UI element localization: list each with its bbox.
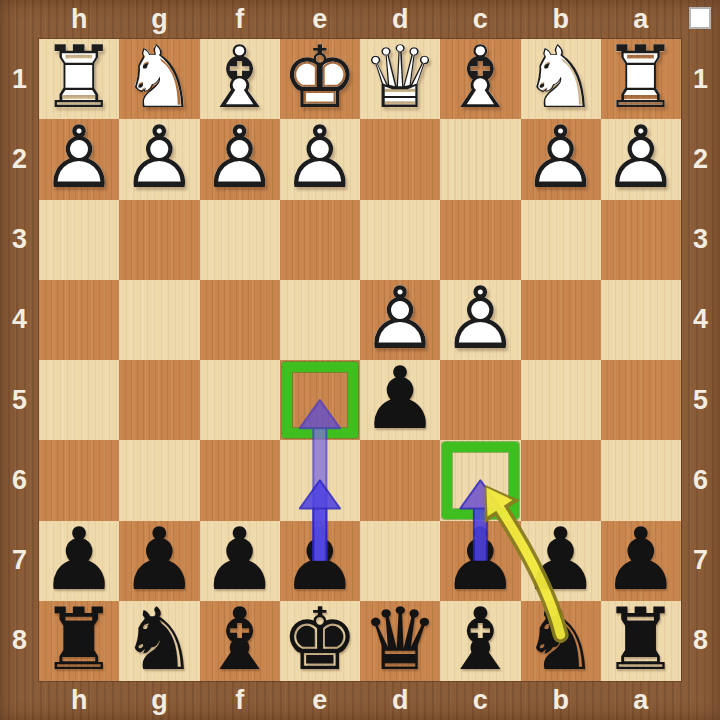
piece-glyph: ♞ (521, 599, 601, 681)
square-g3[interactable] (119, 200, 199, 280)
piece-glyph: ♛ (360, 599, 440, 681)
square-c2[interactable] (440, 119, 520, 199)
square-c4[interactable]: ♟♙ (440, 280, 520, 360)
white-pawn-g2[interactable]: ♟♙ (119, 119, 199, 199)
rank-label-left-4: 4 (0, 280, 39, 360)
piece-glyph: ♝ (200, 599, 280, 681)
piece-glyph: ♟ (360, 358, 440, 440)
rank-label-left-6: 6 (0, 440, 39, 520)
white-pawn-c4[interactable]: ♟♙ (440, 280, 520, 360)
square-f5[interactable] (200, 360, 280, 440)
piece-outline-glyph: ♙ (440, 278, 520, 360)
piece-outline-glyph: ♙ (280, 117, 360, 199)
piece-glyph: ♚ (280, 599, 360, 681)
square-b2[interactable]: ♟♙ (521, 119, 601, 199)
black-rook-h8[interactable]: ♜ (39, 601, 119, 681)
piece-glyph: ♜ (601, 599, 681, 681)
piece-outline-glyph: ♙ (521, 117, 601, 199)
piece-outline-glyph: ♗ (440, 37, 520, 119)
white-pawn-b2[interactable]: ♟♙ (521, 119, 601, 199)
black-queen-d8[interactable]: ♛ (360, 601, 440, 681)
rank-label-right-2: 2 (681, 119, 720, 199)
square-c8[interactable]: ♝ (440, 601, 520, 681)
square-g2[interactable]: ♟♙ (119, 119, 199, 199)
piece-outline-glyph: ♙ (119, 117, 199, 199)
square-e8[interactable]: ♚ (280, 601, 360, 681)
square-f2[interactable]: ♟♙ (200, 119, 280, 199)
square-d2[interactable] (360, 119, 440, 199)
square-b3[interactable] (521, 200, 601, 280)
square-e4[interactable] (280, 280, 360, 360)
board: ♜♖♞♘♝♗♚♔♛♕♝♗♞♘♜♖♟♙♟♙♟♙♟♙♟♙♟♙♟♙♟♙♟♟♟♟♟♟♟♟… (39, 39, 681, 681)
black-bishop-c8[interactable]: ♝ (440, 601, 520, 681)
square-f8[interactable]: ♝ (200, 601, 280, 681)
square-d5[interactable]: ♟ (360, 360, 440, 440)
square-d6[interactable] (360, 440, 440, 520)
rank-label-right-1: 1 (681, 39, 720, 119)
rank-label-right-8: 8 (681, 601, 720, 681)
square-a5[interactable] (601, 360, 681, 440)
black-king-e8[interactable]: ♚ (280, 601, 360, 681)
rank-label-left-7: 7 (0, 521, 39, 601)
square-h5[interactable] (39, 360, 119, 440)
square-c1[interactable]: ♝♗ (440, 39, 520, 119)
square-f4[interactable] (200, 280, 280, 360)
black-knight-b8[interactable]: ♞ (521, 601, 601, 681)
square-g5[interactable] (119, 360, 199, 440)
rank-label-right-7: 7 (681, 521, 720, 601)
square-e5[interactable] (280, 360, 360, 440)
square-b8[interactable]: ♞ (521, 601, 601, 681)
chess-app: hgfedcba hgfedcba 12345678 12345678 ♜♖♞♘… (0, 0, 720, 720)
rank-label-left-1: 1 (0, 39, 39, 119)
white-pawn-e2[interactable]: ♟♙ (280, 119, 360, 199)
square-b4[interactable] (521, 280, 601, 360)
square-h4[interactable] (39, 280, 119, 360)
square-a3[interactable] (601, 200, 681, 280)
square-e3[interactable] (280, 200, 360, 280)
white-pawn-a2[interactable]: ♟♙ (601, 119, 681, 199)
square-f3[interactable] (200, 200, 280, 280)
piece-outline-glyph: ♙ (200, 117, 280, 199)
square-e2[interactable]: ♟♙ (280, 119, 360, 199)
white-pawn-h2[interactable]: ♟♙ (39, 119, 119, 199)
square-h8[interactable]: ♜ (39, 601, 119, 681)
rank-labels-left: 12345678 (0, 39, 39, 681)
rank-label-right-5: 5 (681, 360, 720, 440)
rank-label-left-2: 2 (0, 119, 39, 199)
square-a4[interactable] (601, 280, 681, 360)
move-target-highlight-c6 (442, 442, 518, 518)
square-b5[interactable] (521, 360, 601, 440)
square-d1[interactable]: ♛♕ (360, 39, 440, 119)
piece-outline-glyph: ♕ (360, 37, 440, 119)
piece-glyph: ♞ (119, 599, 199, 681)
square-g4[interactable] (119, 280, 199, 360)
black-bishop-f8[interactable]: ♝ (200, 601, 280, 681)
white-side-indicator-icon (689, 7, 711, 29)
square-d8[interactable]: ♛ (360, 601, 440, 681)
white-bishop-c1[interactable]: ♝♗ (440, 39, 520, 119)
rank-label-left-3: 3 (0, 200, 39, 280)
piece-glyph: ♝ (440, 599, 520, 681)
square-h3[interactable] (39, 200, 119, 280)
rank-label-left-8: 8 (0, 601, 39, 681)
square-a8[interactable]: ♜ (601, 601, 681, 681)
square-a2[interactable]: ♟♙ (601, 119, 681, 199)
black-knight-g8[interactable]: ♞ (119, 601, 199, 681)
black-pawn-d5[interactable]: ♟ (360, 360, 440, 440)
move-target-highlight-e5 (282, 362, 358, 438)
square-c5[interactable] (440, 360, 520, 440)
rank-label-right-3: 3 (681, 200, 720, 280)
white-queen-d1[interactable]: ♛♕ (360, 39, 440, 119)
white-pawn-f2[interactable]: ♟♙ (200, 119, 280, 199)
piece-outline-glyph: ♙ (601, 117, 681, 199)
square-g8[interactable]: ♞ (119, 601, 199, 681)
rank-label-right-6: 6 (681, 440, 720, 520)
rank-labels-right: 12345678 (681, 39, 720, 681)
piece-outline-glyph: ♙ (39, 117, 119, 199)
black-rook-a8[interactable]: ♜ (601, 601, 681, 681)
square-h2[interactable]: ♟♙ (39, 119, 119, 199)
rank-label-right-4: 4 (681, 280, 720, 360)
piece-glyph: ♜ (39, 599, 119, 681)
rank-label-left-5: 5 (0, 360, 39, 440)
